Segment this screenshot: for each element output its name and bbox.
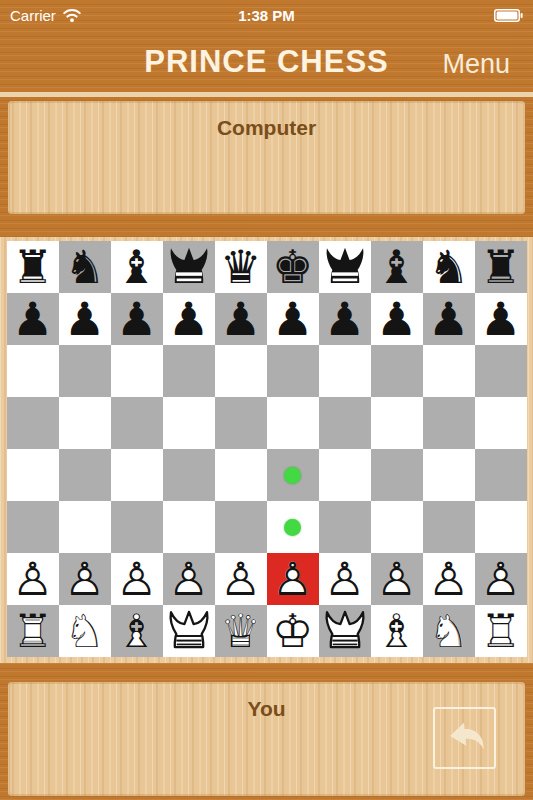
square-c1[interactable]: ♝♗: [111, 605, 163, 657]
black-rook: ♜: [7, 241, 59, 293]
square-i4[interactable]: [423, 449, 475, 501]
square-b6[interactable]: [59, 345, 111, 397]
square-g6[interactable]: [319, 345, 371, 397]
square-f2[interactable]: ♟♙: [267, 553, 319, 605]
square-h7[interactable]: ♟: [371, 293, 423, 345]
black-queen: ♛: [215, 241, 267, 293]
undo-arrow-icon: [441, 715, 487, 761]
carrier-label: Carrier: [10, 7, 56, 24]
move-hint-dot[interactable]: [284, 467, 301, 484]
square-c3[interactable]: [111, 501, 163, 553]
piece-outline: ♖: [7, 605, 59, 657]
square-c6[interactable]: [111, 345, 163, 397]
black-pawn: ♟: [371, 293, 423, 345]
square-g5[interactable]: [319, 397, 371, 449]
square-f1[interactable]: ♚♔: [267, 605, 319, 657]
white-knight: ♞♘: [423, 605, 475, 657]
piece-outline: ♙: [319, 553, 371, 605]
white-prince: [166, 608, 212, 654]
square-h8[interactable]: ♝: [371, 241, 423, 293]
piece-outline: ♗: [371, 605, 423, 657]
square-b3[interactable]: [59, 501, 111, 553]
square-a5[interactable]: [7, 397, 59, 449]
menu-button[interactable]: Menu: [442, 49, 510, 80]
black-bishop: ♝: [111, 241, 163, 293]
white-pawn: ♟♙: [423, 553, 475, 605]
piece-outline: ♙: [111, 553, 163, 605]
black-pawn: ♟: [475, 293, 527, 345]
square-b7[interactable]: ♟: [59, 293, 111, 345]
piece-outline: ♙: [59, 553, 111, 605]
square-d4[interactable]: [163, 449, 215, 501]
square-e1[interactable]: ♛♕: [215, 605, 267, 657]
square-f6[interactable]: [267, 345, 319, 397]
square-e5[interactable]: [215, 397, 267, 449]
white-bishop: ♝♗: [371, 605, 423, 657]
white-rook: ♜♖: [475, 605, 527, 657]
white-pawn: ♟♙: [475, 553, 527, 605]
status-left: Carrier: [10, 7, 82, 24]
black-pawn: ♟: [319, 293, 371, 345]
header-divider: [0, 92, 533, 97]
square-d7[interactable]: ♟: [163, 293, 215, 345]
square-j4[interactable]: [475, 449, 527, 501]
white-pawn: ♟♙: [7, 553, 59, 605]
square-f4[interactable]: [267, 449, 319, 501]
square-f8[interactable]: ♚: [267, 241, 319, 293]
black-prince: [322, 244, 368, 290]
square-a6[interactable]: [7, 345, 59, 397]
app-header: PRINCE CHESS Menu: [0, 30, 533, 92]
square-g4[interactable]: [319, 449, 371, 501]
square-d5[interactable]: [163, 397, 215, 449]
black-knight: ♞: [423, 241, 475, 293]
square-a4[interactable]: [7, 449, 59, 501]
square-e4[interactable]: [215, 449, 267, 501]
white-king: ♚♔: [267, 605, 319, 657]
app-window: Carrier 1:38 PM PRINCE CHESS Menu Comput…: [0, 0, 533, 800]
white-pawn: ♟♙: [59, 553, 111, 605]
square-b5[interactable]: [59, 397, 111, 449]
square-c7[interactable]: ♟: [111, 293, 163, 345]
square-j3[interactable]: [475, 501, 527, 553]
wifi-icon: [62, 7, 82, 23]
square-e7[interactable]: ♟: [215, 293, 267, 345]
piece-outline: ♘: [423, 605, 475, 657]
square-c2[interactable]: ♟♙: [111, 553, 163, 605]
square-j7[interactable]: ♟: [475, 293, 527, 345]
square-i2[interactable]: ♟♙: [423, 553, 475, 605]
opponent-label: Computer: [8, 101, 525, 140]
white-pawn: ♟♙: [111, 553, 163, 605]
white-pawn: ♟♙: [215, 553, 267, 605]
square-d8[interactable]: [163, 241, 215, 293]
square-i3[interactable]: [423, 501, 475, 553]
square-j5[interactable]: [475, 397, 527, 449]
black-prince: [166, 244, 212, 290]
square-j6[interactable]: [475, 345, 527, 397]
undo-button[interactable]: [433, 707, 496, 769]
square-f3[interactable]: [267, 501, 319, 553]
square-j2[interactable]: ♟♙: [475, 553, 527, 605]
piece-outline: ♗: [111, 605, 163, 657]
square-i5[interactable]: [423, 397, 475, 449]
square-j1[interactable]: ♜♖: [475, 605, 527, 657]
black-bishop: ♝: [371, 241, 423, 293]
square-d1[interactable]: [163, 605, 215, 657]
white-pawn: ♟♙: [163, 553, 215, 605]
square-d2[interactable]: ♟♙: [163, 553, 215, 605]
square-g7[interactable]: ♟: [319, 293, 371, 345]
square-h1[interactable]: ♝♗: [371, 605, 423, 657]
white-prince: [322, 608, 368, 654]
square-i8[interactable]: ♞: [423, 241, 475, 293]
board: ♜♞♝♛♚♝♞♜♟♟♟♟♟♟♟♟♟♟♟♙♟♙♟♙♟♙♟♙♟♙♟♙♟♙♟♙♟♙♜♖…: [7, 241, 527, 657]
piece-outline: ♙: [163, 553, 215, 605]
opponent-panel: Computer: [8, 101, 525, 214]
piece-outline: ♔: [267, 605, 319, 657]
square-g2[interactable]: ♟♙: [319, 553, 371, 605]
square-c8[interactable]: ♝: [111, 241, 163, 293]
square-d3[interactable]: [163, 501, 215, 553]
black-pawn: ♟: [163, 293, 215, 345]
status-right: [494, 9, 523, 22]
black-rook: ♜: [475, 241, 527, 293]
square-c5[interactable]: [111, 397, 163, 449]
square-b1[interactable]: ♞♘: [59, 605, 111, 657]
white-bishop: ♝♗: [111, 605, 163, 657]
square-d6[interactable]: [163, 345, 215, 397]
bottom-strip: [0, 796, 533, 800]
square-c4[interactable]: [111, 449, 163, 501]
black-pawn: ♟: [59, 293, 111, 345]
piece-outline: ♙: [371, 553, 423, 605]
black-pawn: ♟: [423, 293, 475, 345]
white-pawn: ♟♙: [371, 553, 423, 605]
piece-outline: ♙: [475, 553, 527, 605]
black-pawn: ♟: [267, 293, 319, 345]
square-i7[interactable]: ♟: [423, 293, 475, 345]
black-king: ♚: [267, 241, 319, 293]
square-a8[interactable]: ♜: [7, 241, 59, 293]
square-e2[interactable]: ♟♙: [215, 553, 267, 605]
piece-outline: ♙: [7, 553, 59, 605]
square-a1[interactable]: ♜♖: [7, 605, 59, 657]
white-rook: ♜♖: [7, 605, 59, 657]
square-a3[interactable]: [7, 501, 59, 553]
square-i6[interactable]: [423, 345, 475, 397]
status-bar: Carrier 1:38 PM: [0, 0, 533, 30]
square-b8[interactable]: ♞: [59, 241, 111, 293]
player-panel: You: [8, 682, 525, 796]
piece-outline: ♙: [215, 553, 267, 605]
square-b4[interactable]: [59, 449, 111, 501]
square-i1[interactable]: ♞♘: [423, 605, 475, 657]
square-f5[interactable]: [267, 397, 319, 449]
square-h2[interactable]: ♟♙: [371, 553, 423, 605]
move-hint-dot[interactable]: [284, 519, 301, 536]
square-e6[interactable]: [215, 345, 267, 397]
square-a2[interactable]: ♟♙: [7, 553, 59, 605]
white-pawn: ♟♙: [319, 553, 371, 605]
black-pawn: ♟: [7, 293, 59, 345]
piece-outline: ♕: [215, 605, 267, 657]
square-f7[interactable]: ♟: [267, 293, 319, 345]
square-g1[interactable]: [319, 605, 371, 657]
square-e3[interactable]: [215, 501, 267, 553]
white-knight: ♞♘: [59, 605, 111, 657]
square-g3[interactable]: [319, 501, 371, 553]
square-h5[interactable]: [371, 397, 423, 449]
black-pawn: ♟: [215, 293, 267, 345]
piece-outline: ♖: [475, 605, 527, 657]
square-g8[interactable]: [319, 241, 371, 293]
black-pawn: ♟: [111, 293, 163, 345]
square-a7[interactable]: ♟: [7, 293, 59, 345]
white-queen: ♛♕: [215, 605, 267, 657]
piece-outline: ♙: [267, 553, 319, 605]
square-h3[interactable]: [371, 501, 423, 553]
white-pawn: ♟♙: [267, 553, 319, 605]
square-b2[interactable]: ♟♙: [59, 553, 111, 605]
square-h6[interactable]: [371, 345, 423, 397]
piece-outline: ♘: [59, 605, 111, 657]
square-e8[interactable]: ♛: [215, 241, 267, 293]
battery-icon: [494, 9, 523, 22]
black-knight: ♞: [59, 241, 111, 293]
piece-outline: ♙: [423, 553, 475, 605]
board-mat: ♜♞♝♛♚♝♞♜♟♟♟♟♟♟♟♟♟♟♟♙♟♙♟♙♟♙♟♙♟♙♟♙♟♙♟♙♟♙♜♖…: [0, 237, 533, 663]
square-h4[interactable]: [371, 449, 423, 501]
square-j8[interactable]: ♜: [475, 241, 527, 293]
